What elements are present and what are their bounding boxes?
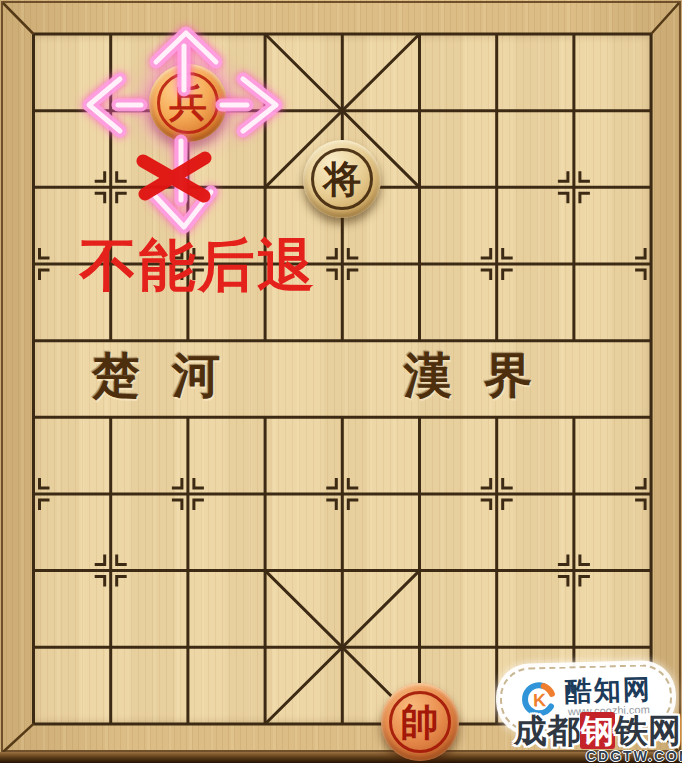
cdgtw-url: CDGTW.COM bbox=[586, 748, 682, 763]
svg-text:K: K bbox=[533, 690, 547, 710]
watermark-cdgtw: 成都钢铁网 CDGTW.COM bbox=[514, 714, 682, 763]
piece-red-general[interactable]: 帥 bbox=[381, 683, 459, 761]
piece-red-soldier[interactable]: 兵 bbox=[149, 64, 227, 142]
cdgtw-highlight: 钢 bbox=[580, 712, 615, 749]
cdgtw-suffix: 铁网 bbox=[615, 712, 681, 749]
annotation-cannot-retreat: 不能后退 bbox=[80, 237, 316, 294]
river-label-left: 楚河 bbox=[92, 352, 252, 400]
cdgtw-prefix: 成都 bbox=[514, 712, 580, 749]
river-label-right: 漢界 bbox=[404, 352, 564, 400]
xiangqi-tutorial-screen: { "game": "xiangqi", "position": { "fen"… bbox=[0, 0, 682, 763]
coozhi-title: 酷知网 bbox=[564, 676, 652, 705]
